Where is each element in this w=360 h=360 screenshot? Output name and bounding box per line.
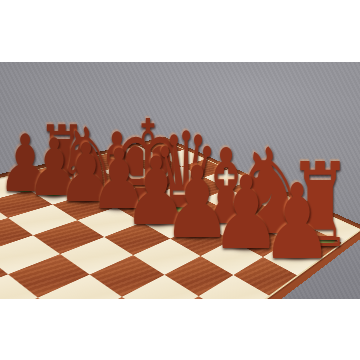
pawn-icon: ♟	[261, 170, 334, 274]
photo-margin-top	[0, 0, 360, 62]
photo-margin-bottom	[0, 299, 360, 360]
product-photo-canvas: ♜♞♝♚♛♝♞♜♟♟♟♟♟♟♟♟	[0, 0, 360, 360]
chess-set-photo: ♜♞♝♚♛♝♞♜♟♟♟♟♟♟♟♟	[0, 62, 360, 299]
pieces-layer: ♜♞♝♚♛♝♞♜♟♟♟♟♟♟♟♟	[0, 62, 360, 299]
